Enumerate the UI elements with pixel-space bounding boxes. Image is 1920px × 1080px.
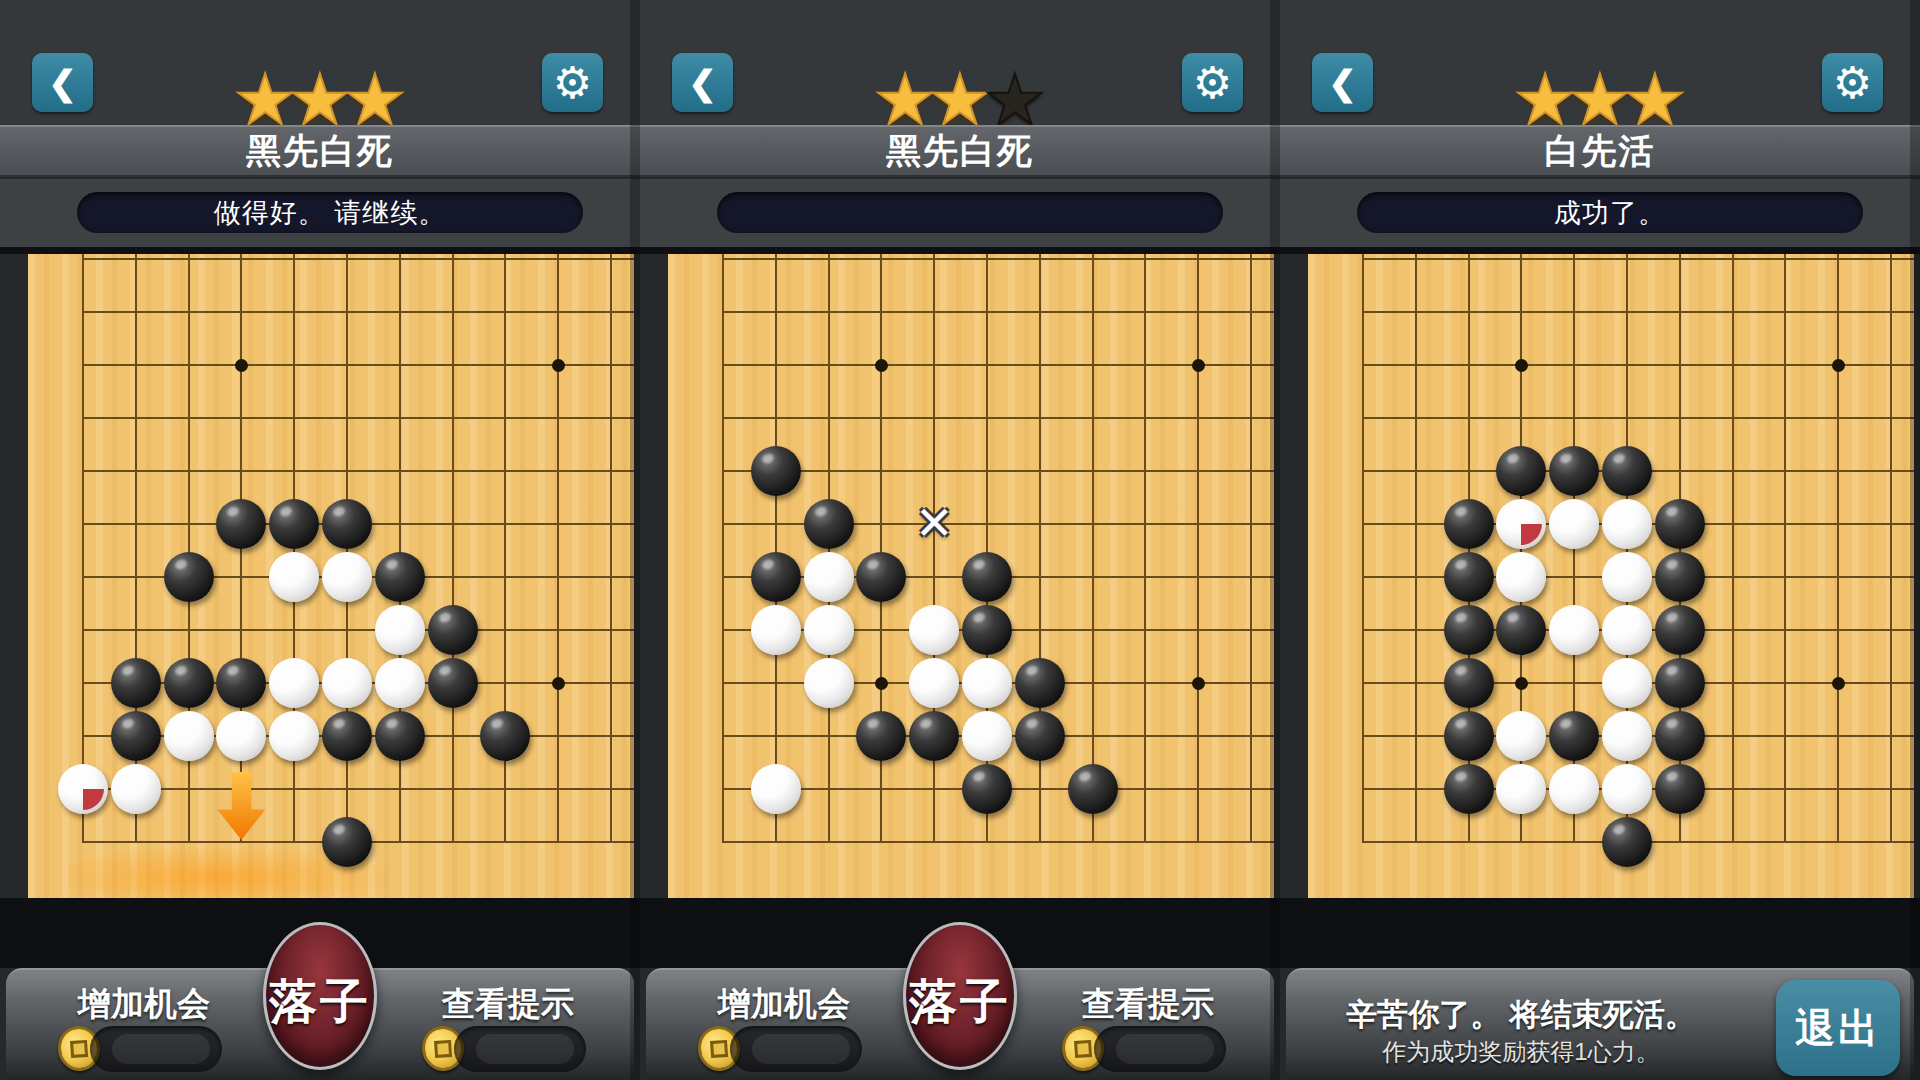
- black-stone: [480, 711, 530, 761]
- message-pill: 成功了。: [1357, 192, 1863, 233]
- gear-icon: ⚙: [1193, 57, 1232, 108]
- result-line-2: 作为成功奖励获得1心力。: [1286, 1036, 1756, 1068]
- black-stone: [962, 552, 1012, 602]
- view-hint-cost-pill[interactable]: [1094, 1026, 1226, 1072]
- white-stone: [1496, 552, 1546, 602]
- star-point: [1832, 359, 1845, 372]
- black-stone: [1015, 658, 1065, 708]
- grid-line-vertical: [1890, 254, 1892, 843]
- black-stone: [962, 605, 1012, 655]
- separator: [640, 247, 1280, 254]
- black-stone: [1655, 764, 1705, 814]
- grid-line-vertical: [1144, 254, 1146, 843]
- black-stone: [428, 658, 478, 708]
- separator: [1280, 247, 1920, 254]
- add-chances-cost-pill[interactable]: [730, 1026, 862, 1072]
- grid-line-horizontal: [1362, 311, 1914, 313]
- bottom-control-bar: 增加机会 查看提示 落子: [646, 968, 1274, 1080]
- white-stone: [804, 605, 854, 655]
- white-stone: [111, 764, 161, 814]
- grid-line-horizontal: [722, 470, 1274, 472]
- white-stone: [1496, 711, 1546, 761]
- grid-line-horizontal: [722, 841, 1274, 843]
- add-chances-cost-pill[interactable]: [90, 1026, 222, 1072]
- white-stone: [1549, 764, 1599, 814]
- black-stone: [1655, 499, 1705, 549]
- panel-divider: [1270, 0, 1280, 1080]
- last-move-red-mark: [1521, 524, 1542, 545]
- bottom-control-bar: 增加机会 查看提示 落子: [6, 968, 634, 1080]
- white-stone: [1602, 499, 1652, 549]
- grid-line-vertical: [557, 254, 559, 843]
- message-pill: 做得好。 请继续。: [77, 192, 583, 233]
- black-stone: [269, 499, 319, 549]
- grid-line-vertical: [775, 254, 777, 843]
- star-point: [875, 677, 888, 690]
- message-pill: [717, 192, 1223, 233]
- puzzle-title: 白先活: [1545, 128, 1656, 175]
- gear-icon: ⚙: [553, 57, 592, 108]
- star-point: [552, 677, 565, 690]
- grid-line-vertical: [610, 254, 612, 843]
- black-stone: [1444, 552, 1494, 602]
- black-stone: [1444, 605, 1494, 655]
- white-stone: [164, 711, 214, 761]
- grid-line-vertical: [452, 254, 454, 843]
- white-stone: [804, 552, 854, 602]
- black-stone: [1444, 711, 1494, 761]
- black-stone: [1549, 446, 1599, 496]
- black-stone: [1068, 764, 1118, 814]
- black-stone: [1655, 605, 1705, 655]
- star-point: [1192, 359, 1205, 372]
- puzzle-title: 黑先白死: [246, 128, 394, 175]
- black-stone: [111, 711, 161, 761]
- black-stone: [322, 499, 372, 549]
- view-hint-label: 查看提示: [398, 982, 618, 1027]
- gear-icon: ⚙: [1833, 57, 1872, 108]
- settings-button[interactable]: ⚙: [1822, 53, 1883, 112]
- star-point: [1515, 359, 1528, 372]
- black-stone: [1602, 446, 1652, 496]
- view-hint-label: 查看提示: [1038, 982, 1258, 1027]
- black-stone: [1444, 764, 1494, 814]
- place-stone-button[interactable]: 落子: [903, 922, 1017, 1070]
- white-stone: [1496, 764, 1546, 814]
- white-stone: [1549, 499, 1599, 549]
- star-point: [1192, 677, 1205, 690]
- grid-line-vertical: [1250, 254, 1252, 843]
- view-hint-cost-pill[interactable]: [454, 1026, 586, 1072]
- grid-line-vertical: [722, 254, 724, 843]
- black-stone: [1496, 605, 1546, 655]
- grid-line-horizontal: [82, 470, 634, 472]
- last-move-red-mark: [83, 789, 104, 810]
- puzzle-title-bar: 黑先白死: [640, 125, 1280, 177]
- black-stone: [1496, 446, 1546, 496]
- grid-line-horizontal: [82, 629, 634, 631]
- separator: [0, 247, 640, 254]
- go-board[interactable]: ✕: [668, 254, 1274, 898]
- exit-button[interactable]: 退出: [1776, 980, 1900, 1076]
- white-stone: [1602, 552, 1652, 602]
- black-stone: [1444, 499, 1494, 549]
- white-stone: [1602, 764, 1652, 814]
- grid-line-vertical: [1415, 254, 1417, 843]
- puzzle-title-bar: 白先活: [1280, 125, 1920, 177]
- add-chances-label: 增加机会: [34, 982, 254, 1027]
- grid-line-horizontal: [82, 788, 634, 790]
- white-stone: [269, 658, 319, 708]
- message-text: 成功了。: [1554, 195, 1666, 231]
- white-stone: [322, 658, 372, 708]
- grid-line-horizontal: [1362, 417, 1914, 419]
- black-stone: [216, 499, 266, 549]
- white-stone: [1602, 605, 1652, 655]
- black-stone: [1655, 658, 1705, 708]
- white-stone: [375, 658, 425, 708]
- white-stone: [322, 552, 372, 602]
- white-stone: [909, 605, 959, 655]
- white-stone: [962, 711, 1012, 761]
- settings-button[interactable]: ⚙: [1182, 53, 1243, 112]
- board-shadow-strip: [1280, 898, 1920, 968]
- black-stone: [111, 658, 161, 708]
- go-board[interactable]: [1308, 254, 1914, 898]
- go-board[interactable]: [28, 254, 634, 898]
- grid-line-horizontal: [1362, 258, 1914, 260]
- message-strip: 做得好。 请继续。: [0, 179, 640, 247]
- black-stone: [804, 499, 854, 549]
- black-stone: [322, 711, 372, 761]
- black-stone: [751, 446, 801, 496]
- white-stone: [216, 711, 266, 761]
- grid-line-horizontal: [82, 258, 634, 260]
- grid-line-horizontal: [722, 311, 1274, 313]
- puzzle-panel-2: ❮ ★★★ ⚙ 黑先白死 ✕ 增加机会 查看提示 落子: [640, 0, 1280, 1080]
- black-stone: [856, 552, 906, 602]
- black-stone: [909, 711, 959, 761]
- white-stone: [1496, 499, 1546, 549]
- white-stone: [1549, 605, 1599, 655]
- grid-line-vertical: [1837, 254, 1839, 843]
- black-stone: [856, 711, 906, 761]
- black-stone: [1655, 711, 1705, 761]
- white-stone: [751, 605, 801, 655]
- star-point: [235, 359, 248, 372]
- white-stone: [375, 605, 425, 655]
- panel-divider: [630, 0, 640, 1080]
- black-stone: [751, 552, 801, 602]
- grid-line-vertical: [1362, 254, 1364, 843]
- black-stone: [375, 552, 425, 602]
- grid-line-horizontal: [722, 417, 1274, 419]
- puzzle-panel-1: ❮ ★★★ ⚙ 黑先白死 做得好。 请继续。 增加机会 查看提示 落子: [0, 0, 640, 1080]
- black-stone: [1549, 711, 1599, 761]
- white-stone: [269, 711, 319, 761]
- grid-line-vertical: [1784, 254, 1786, 843]
- puzzle-title-bar: 黑先白死: [0, 125, 640, 177]
- black-stone: [164, 658, 214, 708]
- black-stone: [216, 658, 266, 708]
- star-point: [1515, 677, 1528, 690]
- grid-line-vertical: [1732, 254, 1734, 843]
- puzzle-panel-3: ❮ ★★★ ⚙ 白先活 成功了。 辛苦你了。 将结束死活。 作为成功奖励获得1心…: [1280, 0, 1920, 1080]
- grid-line-vertical: [82, 254, 84, 843]
- message-strip: [640, 179, 1280, 247]
- bottom-result-bar: 辛苦你了。 将结束死活。 作为成功奖励获得1心力。 退出: [1286, 968, 1914, 1080]
- white-stone: [269, 552, 319, 602]
- puzzle-title: 黑先白死: [886, 128, 1034, 175]
- white-stone: [1602, 711, 1652, 761]
- message-strip: 成功了。: [1280, 179, 1920, 247]
- place-stone-button[interactable]: 落子: [263, 922, 377, 1070]
- grid-line-horizontal: [722, 258, 1274, 260]
- white-stone: [58, 764, 108, 814]
- grid-line-horizontal: [82, 417, 634, 419]
- black-stone: [322, 817, 372, 867]
- black-stone: [962, 764, 1012, 814]
- grid-line-vertical: [1092, 254, 1094, 843]
- hint-arrow-down-icon: [217, 772, 265, 840]
- grid-line-horizontal: [82, 311, 634, 313]
- grid-line-vertical: [1197, 254, 1199, 843]
- black-stone: [1444, 658, 1494, 708]
- wrong-move-x-mark: ✕: [904, 496, 964, 550]
- black-stone: [1655, 552, 1705, 602]
- white-stone: [909, 658, 959, 708]
- white-stone: [751, 764, 801, 814]
- message-text: 做得好。 请继续。: [214, 195, 447, 231]
- star-point: [1832, 677, 1845, 690]
- star-point: [552, 359, 565, 372]
- white-stone: [1602, 658, 1652, 708]
- black-stone: [428, 605, 478, 655]
- black-stone: [1602, 817, 1652, 867]
- black-stone: [375, 711, 425, 761]
- white-stone: [804, 658, 854, 708]
- add-chances-label: 增加机会: [674, 982, 894, 1027]
- white-stone: [962, 658, 1012, 708]
- result-line-1: 辛苦你了。 将结束死活。: [1286, 994, 1756, 1036]
- settings-button[interactable]: ⚙: [542, 53, 603, 112]
- panel-divider: [1910, 0, 1920, 1080]
- black-stone: [164, 552, 214, 602]
- black-stone: [1015, 711, 1065, 761]
- star-point: [875, 359, 888, 372]
